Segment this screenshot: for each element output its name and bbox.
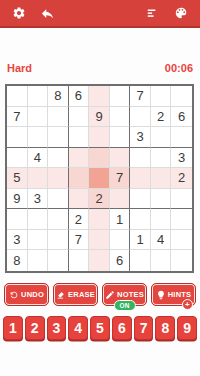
- notes-on-badge: ON: [113, 300, 135, 311]
- number-pad: 123456789: [3, 316, 197, 340]
- sudoku-cell-r5c4[interactable]: [69, 168, 90, 189]
- sudoku-cell-r9c1[interactable]: 8: [7, 250, 28, 271]
- sudoku-cell-r8c9[interactable]: [171, 230, 192, 251]
- undo-button[interactable]: UNDO: [4, 283, 49, 306]
- sudoku-cell-r2c3[interactable]: [48, 107, 69, 128]
- sudoku-cell-r8c8[interactable]: 4: [151, 230, 172, 251]
- sudoku-cell-r1c9[interactable]: [171, 86, 192, 107]
- sudoku-cell-r3c7[interactable]: 3: [130, 127, 151, 148]
- pencil-icon: [105, 290, 115, 300]
- sudoku-cell-r6c9[interactable]: [171, 189, 192, 210]
- sudoku-cell-r2c8[interactable]: 2: [151, 107, 172, 128]
- sudoku-cell-r7c5[interactable]: [89, 209, 110, 230]
- sudoku-cell-r8c3[interactable]: [48, 230, 69, 251]
- sudoku-cell-r5c5[interactable]: [89, 168, 110, 189]
- lightbulb-icon: [156, 290, 166, 300]
- sudoku-cell-r9c8[interactable]: [151, 250, 172, 271]
- sudoku-cell-r5c3[interactable]: [48, 168, 69, 189]
- sudoku-cell-r4c4[interactable]: [69, 148, 90, 169]
- sudoku-cell-r9c6[interactable]: 6: [110, 250, 131, 271]
- sudoku-cell-r4c6[interactable]: [110, 148, 131, 169]
- numpad-button-4[interactable]: 4: [68, 316, 88, 340]
- sudoku-cell-r2c1[interactable]: 7: [7, 107, 28, 128]
- sudoku-cell-r5c8[interactable]: [151, 168, 172, 189]
- sudoku-cell-r3c9[interactable]: [171, 127, 192, 148]
- sudoku-cell-r4c5[interactable]: [89, 148, 110, 169]
- sudoku-cell-r6c8[interactable]: [151, 189, 172, 210]
- eraser-icon: [56, 290, 66, 300]
- sudoku-cell-r3c5[interactable]: [89, 127, 110, 148]
- sudoku-cell-r6c4[interactable]: [69, 189, 90, 210]
- sudoku-cell-r1c3[interactable]: 8: [48, 86, 69, 107]
- notes-label: NOTES: [117, 290, 144, 299]
- sudoku-cell-r2c2[interactable]: [28, 107, 49, 128]
- sudoku-cell-r8c7[interactable]: 1: [130, 230, 151, 251]
- sudoku-cell-r7c3[interactable]: [48, 209, 69, 230]
- sudoku-cell-r5c7[interactable]: [130, 168, 151, 189]
- sudoku-grid: 867792634357293221371486: [5, 84, 194, 273]
- numpad-button-9[interactable]: 9: [177, 316, 197, 340]
- sudoku-cell-r3c2[interactable]: [28, 127, 49, 148]
- sudoku-cell-r6c2[interactable]: 3: [28, 189, 49, 210]
- sudoku-cell-r1c6[interactable]: [110, 86, 131, 107]
- sudoku-cell-r7c4[interactable]: 2: [69, 209, 90, 230]
- sudoku-cell-r2c6[interactable]: [110, 107, 131, 128]
- sudoku-cell-r5c9[interactable]: 2: [171, 168, 192, 189]
- sudoku-cell-r1c1[interactable]: [7, 86, 28, 107]
- theme-palette-icon[interactable]: [171, 3, 191, 23]
- sudoku-cell-r3c3[interactable]: [48, 127, 69, 148]
- numpad-button-1[interactable]: 1: [3, 316, 23, 340]
- sudoku-cell-r7c2[interactable]: [28, 209, 49, 230]
- numpad-button-6[interactable]: 6: [112, 316, 132, 340]
- sudoku-cell-r1c4[interactable]: 6: [69, 86, 90, 107]
- sudoku-cell-r5c6[interactable]: 7: [110, 168, 131, 189]
- sudoku-cell-r2c9[interactable]: 6: [171, 107, 192, 128]
- sudoku-cell-r3c1[interactable]: [7, 127, 28, 148]
- sudoku-cell-r7c6[interactable]: 1: [110, 209, 131, 230]
- game-status-row: Hard 00:06: [7, 62, 193, 74]
- control-bar: UNDO ERASE NOTES ON HINTS +: [4, 283, 196, 306]
- sudoku-cell-r6c3[interactable]: [48, 189, 69, 210]
- sudoku-cell-r7c1[interactable]: [7, 209, 28, 230]
- back-reply-arrow-icon[interactable]: [37, 3, 57, 23]
- numpad-button-8[interactable]: 8: [155, 316, 175, 340]
- sudoku-cell-r2c7[interactable]: [130, 107, 151, 128]
- sudoku-cell-r8c5[interactable]: [89, 230, 110, 251]
- sudoku-cell-r6c5[interactable]: 2: [89, 189, 110, 210]
- sudoku-app-screen: Hard 00:06 867792634357293221371486 UNDO…: [0, 0, 200, 376]
- undo-label: UNDO: [21, 290, 44, 299]
- sudoku-cell-r5c2[interactable]: [28, 168, 49, 189]
- hints-plus-badge: +: [182, 299, 193, 310]
- sudoku-cell-r8c4[interactable]: 7: [69, 230, 90, 251]
- erase-label: ERASE: [68, 290, 95, 299]
- sudoku-cell-r1c2[interactable]: [28, 86, 49, 107]
- sudoku-cell-r7c7[interactable]: [130, 209, 151, 230]
- erase-button[interactable]: ERASE: [53, 283, 98, 306]
- numpad-button-5[interactable]: 5: [90, 316, 110, 340]
- sudoku-cell-r4c9[interactable]: 3: [171, 148, 192, 169]
- sort-lines-icon[interactable]: [143, 3, 163, 23]
- sudoku-cell-r8c6[interactable]: [110, 230, 131, 251]
- sudoku-cell-r6c6[interactable]: [110, 189, 131, 210]
- sudoku-cell-r8c2[interactable]: [28, 230, 49, 251]
- sudoku-cell-r4c8[interactable]: [151, 148, 172, 169]
- undo-icon: [9, 290, 19, 300]
- difficulty-label: Hard: [7, 62, 32, 74]
- sudoku-cell-r9c7[interactable]: [130, 250, 151, 271]
- sudoku-cell-r3c8[interactable]: [151, 127, 172, 148]
- sudoku-cell-r2c5[interactable]: 9: [89, 107, 110, 128]
- sudoku-cell-r4c1[interactable]: [7, 148, 28, 169]
- sudoku-cell-r8c1[interactable]: 3: [7, 230, 28, 251]
- sudoku-cell-r9c5[interactable]: [89, 250, 110, 271]
- numpad-button-7[interactable]: 7: [134, 316, 154, 340]
- sudoku-cell-r9c9[interactable]: [171, 250, 192, 271]
- sudoku-cell-r4c3[interactable]: [48, 148, 69, 169]
- sudoku-cell-r1c8[interactable]: [151, 86, 172, 107]
- numpad-button-3[interactable]: 3: [47, 316, 67, 340]
- sudoku-cell-r9c4[interactable]: [69, 250, 90, 271]
- sudoku-cell-r6c7[interactable]: [130, 189, 151, 210]
- sudoku-cell-r3c6[interactable]: [110, 127, 131, 148]
- numpad-button-2[interactable]: 2: [25, 316, 45, 340]
- notes-button[interactable]: NOTES ON: [102, 283, 147, 306]
- sudoku-cell-r1c7[interactable]: 7: [130, 86, 151, 107]
- sudoku-cell-r9c2[interactable]: [28, 250, 49, 271]
- settings-gear-icon[interactable]: [9, 3, 29, 23]
- sudoku-cell-r1c5[interactable]: [89, 86, 110, 107]
- sudoku-cell-r9c3[interactable]: [48, 250, 69, 271]
- sudoku-cell-r4c2[interactable]: 4: [28, 148, 49, 169]
- sudoku-cell-r6c1[interactable]: 9: [7, 189, 28, 210]
- sudoku-cell-r3c4[interactable]: [69, 127, 90, 148]
- sudoku-cell-r4c7[interactable]: [130, 148, 151, 169]
- timer-label: 00:06: [165, 62, 193, 74]
- sudoku-cell-r2c4[interactable]: [69, 107, 90, 128]
- hints-label: HINTS: [168, 290, 192, 299]
- sudoku-cell-r7c9[interactable]: [171, 209, 192, 230]
- top-app-bar: [0, 0, 200, 28]
- sudoku-cell-r5c1[interactable]: 5: [7, 168, 28, 189]
- sudoku-cell-r7c8[interactable]: [151, 209, 172, 230]
- hints-button[interactable]: HINTS +: [151, 283, 196, 306]
